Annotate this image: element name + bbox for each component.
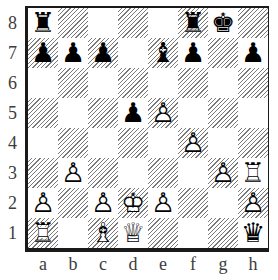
white-piece-icon: ♙: [238, 188, 268, 218]
square-c3[interactable]: [88, 158, 118, 188]
square-a3[interactable]: [28, 158, 58, 188]
square-a8[interactable]: ♜♜: [28, 8, 58, 38]
rank-label-7: 7: [0, 38, 25, 68]
square-h2[interactable]: ♟♙: [238, 188, 268, 218]
square-b7[interactable]: ♟♟: [58, 38, 88, 68]
square-a7[interactable]: ♟♟: [28, 38, 58, 68]
square-c7[interactable]: ♟♟: [88, 38, 118, 68]
square-a6[interactable]: [28, 68, 58, 98]
rank-label-2: 2: [0, 188, 25, 218]
black-piece-icon: ♛: [238, 218, 268, 248]
white-piece-fill: ♚: [118, 188, 148, 218]
square-a5[interactable]: [28, 98, 58, 128]
square-c5[interactable]: [88, 98, 118, 128]
rank-labels: 87654321: [0, 8, 25, 248]
white-piece-fill: ♟: [208, 158, 238, 188]
square-d1[interactable]: ♛♕: [118, 218, 148, 248]
square-g2[interactable]: [208, 188, 238, 218]
square-a1[interactable]: ♜♖: [28, 218, 58, 248]
black-piece-icon: ♜: [28, 8, 58, 38]
white-piece-fill: ♜: [238, 158, 268, 188]
black-piece-fill: ♟: [28, 38, 58, 68]
square-g8[interactable]: ♚♚: [208, 8, 238, 38]
white-piece-fill: ♟: [238, 188, 268, 218]
square-d3[interactable]: [118, 158, 148, 188]
file-label-e: e: [148, 250, 178, 278]
black-piece-fill: ♟: [118, 98, 148, 128]
square-d7[interactable]: [118, 38, 148, 68]
square-h4[interactable]: [238, 128, 268, 158]
rank-label-3: 3: [0, 158, 25, 188]
file-label-c: c: [88, 250, 118, 278]
black-piece-fill: ♟: [58, 38, 88, 68]
black-piece-icon: ♟: [178, 38, 208, 68]
black-piece-fill: ♚: [208, 8, 238, 38]
white-piece-fill: ♟: [88, 188, 118, 218]
white-piece-icon: ♗: [88, 218, 118, 248]
black-piece-fill: ♛: [238, 218, 268, 248]
black-piece-fill: ♟: [178, 38, 208, 68]
white-piece-icon: ♕: [118, 218, 148, 248]
square-d2[interactable]: ♚♔: [118, 188, 148, 218]
white-piece-fill: ♝: [88, 218, 118, 248]
white-piece-icon: ♙: [88, 188, 118, 218]
file-label-f: f: [178, 250, 208, 278]
square-c1[interactable]: ♝♗: [88, 218, 118, 248]
black-piece-icon: ♜: [178, 8, 208, 38]
file-label-h: h: [238, 250, 268, 278]
file-label-d: d: [118, 250, 148, 278]
square-f3[interactable]: [178, 158, 208, 188]
square-h5[interactable]: [238, 98, 268, 128]
square-f7[interactable]: ♟♟: [178, 38, 208, 68]
white-piece-icon: ♙: [28, 188, 58, 218]
square-a2[interactable]: ♟♙: [28, 188, 58, 218]
rank-label-5: 5: [0, 98, 25, 128]
square-d5[interactable]: ♟♟: [118, 98, 148, 128]
white-piece-fill: ♟: [148, 188, 178, 218]
square-h6[interactable]: [238, 68, 268, 98]
square-b2[interactable]: [58, 188, 88, 218]
black-piece-icon: ♝: [148, 38, 178, 68]
white-piece-icon: ♙: [208, 158, 238, 188]
square-b3[interactable]: ♟♙: [58, 158, 88, 188]
square-g3[interactable]: ♟♙: [208, 158, 238, 188]
square-b8[interactable]: [58, 8, 88, 38]
black-piece-icon: ♟: [88, 38, 118, 68]
square-b4[interactable]: [58, 128, 88, 158]
white-piece-icon: ♙: [148, 98, 178, 128]
white-piece-icon: ♙: [148, 188, 178, 218]
square-h3[interactable]: ♜♖: [238, 158, 268, 188]
square-h7[interactable]: ♟♟: [238, 38, 268, 68]
black-piece-fill: ♟: [238, 38, 268, 68]
square-f6[interactable]: [178, 68, 208, 98]
black-piece-icon: ♚: [208, 8, 238, 38]
square-f4[interactable]: ♟♙: [178, 128, 208, 158]
black-piece-icon: ♟: [118, 98, 148, 128]
square-g7[interactable]: [208, 38, 238, 68]
square-e4[interactable]: [148, 128, 178, 158]
white-piece-fill: ♟: [148, 98, 178, 128]
square-g6[interactable]: [208, 68, 238, 98]
square-g1[interactable]: [208, 218, 238, 248]
chess-board: ♜♜♜♜♚♚♟♟♟♟♟♟♝♝♟♟♟♟♟♟♟♙♟♙♟♙♟♙♜♖♟♙♟♙♚♔♟♙♟♙…: [28, 8, 268, 248]
black-piece-icon: ♟: [58, 38, 88, 68]
white-piece-fill: ♟: [178, 128, 208, 158]
chess-diagram: 87654321 ♜♜♜♜♚♚♟♟♟♟♟♟♝♝♟♟♟♟♟♟♟♙♟♙♟♙♟♙♜♖♟…: [0, 0, 278, 280]
square-f5[interactable]: [178, 98, 208, 128]
square-b6[interactable]: [58, 68, 88, 98]
file-label-b: b: [58, 250, 88, 278]
square-f1[interactable]: [178, 218, 208, 248]
square-d6[interactable]: [118, 68, 148, 98]
white-piece-fill: ♟: [28, 188, 58, 218]
square-d4[interactable]: [118, 128, 148, 158]
square-b1[interactable]: [58, 218, 88, 248]
square-c2[interactable]: ♟♙: [88, 188, 118, 218]
square-f2[interactable]: [178, 188, 208, 218]
square-h8[interactable]: [238, 8, 268, 38]
white-piece-icon: ♙: [178, 128, 208, 158]
board-frame: ♜♜♜♜♚♚♟♟♟♟♟♟♝♝♟♟♟♟♟♟♟♙♟♙♟♙♟♙♜♖♟♙♟♙♚♔♟♙♟♙…: [25, 6, 269, 252]
square-g5[interactable]: [208, 98, 238, 128]
white-piece-fill: ♜: [28, 218, 58, 248]
black-piece-fill: ♜: [178, 8, 208, 38]
rank-label-1: 1: [0, 218, 25, 248]
square-f8[interactable]: ♜♜: [178, 8, 208, 38]
square-c4[interactable]: [88, 128, 118, 158]
file-label-g: g: [208, 250, 238, 278]
square-b5[interactable]: [58, 98, 88, 128]
square-c6[interactable]: [88, 68, 118, 98]
black-piece-fill: ♟: [88, 38, 118, 68]
rank-label-4: 4: [0, 128, 25, 158]
white-piece-icon: ♙: [58, 158, 88, 188]
white-piece-icon: ♖: [28, 218, 58, 248]
square-e3[interactable]: [148, 158, 178, 188]
square-e1[interactable]: [148, 218, 178, 248]
rank-label-6: 6: [0, 68, 25, 98]
white-piece-icon: ♖: [238, 158, 268, 188]
square-e8[interactable]: [148, 8, 178, 38]
rank-label-8: 8: [0, 8, 25, 38]
black-piece-icon: ♟: [238, 38, 268, 68]
square-h1[interactable]: ♛♛: [238, 218, 268, 248]
square-g4[interactable]: [208, 128, 238, 158]
square-e2[interactable]: ♟♙: [148, 188, 178, 218]
square-c8[interactable]: [88, 8, 118, 38]
square-a4[interactable]: [28, 128, 58, 158]
black-piece-icon: ♟: [28, 38, 58, 68]
file-label-a: a: [28, 250, 58, 278]
file-labels: abcdefgh: [28, 250, 268, 278]
white-piece-icon: ♔: [118, 188, 148, 218]
square-e5[interactable]: ♟♙: [148, 98, 178, 128]
black-piece-fill: ♜: [28, 8, 58, 38]
white-piece-fill: ♟: [58, 158, 88, 188]
square-e7[interactable]: ♝♝: [148, 38, 178, 68]
black-piece-fill: ♝: [148, 38, 178, 68]
square-d8[interactable]: [118, 8, 148, 38]
square-e6[interactable]: [148, 68, 178, 98]
white-piece-fill: ♛: [118, 218, 148, 248]
